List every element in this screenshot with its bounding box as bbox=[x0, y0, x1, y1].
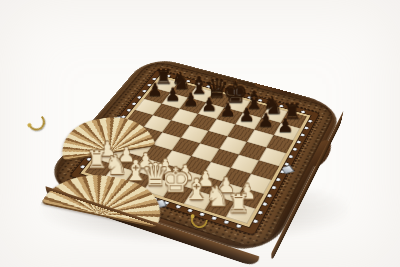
piece-white-rook[interactable]: ♜ bbox=[227, 166, 250, 217]
piece-white-knight[interactable]: ♞ bbox=[206, 159, 229, 209]
product-photo: ♜♞♝♛♚♝♞♜♟♟♟♟♟♟♟♟♟♟♟♟♟♟♟♟♜♞♝♛♚♝♞♜ bbox=[0, 0, 400, 267]
chess-board: ♜♞♝♛♚♝♞♜♟♟♟♟♟♟♟♟♟♟♟♟♟♟♟♟♜♞♝♛♚♝♞♜ bbox=[38, 55, 345, 259]
